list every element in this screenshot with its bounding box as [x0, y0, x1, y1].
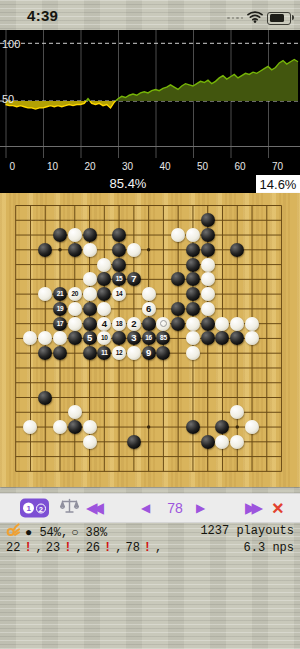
clock-time: 4:39 — [27, 7, 58, 24]
next-move-button[interactable]: ▶ — [196, 501, 205, 515]
stone-black — [112, 258, 126, 272]
svg-text:100: 100 — [2, 38, 20, 50]
stone-white — [83, 243, 97, 257]
move-number-label: 20 — [71, 287, 78, 301]
blunder-move-number[interactable]: 23 — [46, 540, 60, 557]
last-move-circle-marker — [160, 320, 168, 328]
move-number-label: 10 — [101, 331, 108, 345]
score-bar: 85.4% 14.6% — [0, 175, 300, 193]
move-number-label: 5 — [87, 331, 92, 345]
warning-moves-line: 22!,23!,26!,78!, 6.3 nps — [0, 540, 300, 557]
stone-black: 5 — [83, 331, 97, 345]
stone-white — [68, 317, 82, 331]
stone-black — [201, 317, 215, 331]
stone-black: 9 — [142, 346, 156, 360]
stone-black: 17 — [53, 317, 67, 331]
stone-black — [38, 391, 52, 405]
stone-black — [201, 435, 215, 449]
svg-text:70: 70 — [272, 161, 284, 172]
stone-white — [68, 228, 82, 242]
go-board[interactable]: 1572120141961741825103168511129 — [0, 193, 300, 487]
stone-black — [171, 317, 185, 331]
blunder-move-number[interactable]: 78 — [125, 540, 139, 557]
svg-text:60: 60 — [235, 161, 247, 172]
cellular-signal-icon — [227, 17, 243, 20]
move-number-label: 6 — [146, 302, 151, 316]
move-number-label: 14 — [116, 287, 123, 301]
move-number-label: 11 — [101, 346, 107, 360]
blunder-mark-icon: ! — [23, 540, 32, 557]
stone-white — [230, 317, 244, 331]
stone-black — [53, 228, 67, 242]
stone-white — [127, 346, 141, 360]
move-number-display[interactable]: 78 — [160, 500, 190, 516]
stone-black — [38, 243, 52, 257]
fast-forward-to-end-button[interactable]: ▶▶ — [245, 499, 263, 517]
separator: , — [155, 540, 162, 557]
stone-white: 4 — [97, 317, 111, 331]
stone-white — [97, 258, 111, 272]
stone-black: 19 — [53, 302, 67, 316]
move-number-label: 21 — [57, 287, 64, 301]
stone-black — [186, 420, 200, 434]
stone-white — [245, 420, 259, 434]
analysis-info: ● 54%, ○ 38% 1237 playouts 22!,23!,26!,7… — [0, 523, 300, 579]
stone-white — [201, 258, 215, 272]
black-score-label: ● 54%, — [25, 525, 68, 542]
blunder-move-number[interactable]: 22 — [6, 540, 20, 557]
stone-white — [83, 420, 97, 434]
stone-black — [171, 302, 185, 316]
stone-white — [230, 435, 244, 449]
playback-controls: 1 2 ◀◀ ◀ 78 ▶ ▶▶ × — [0, 493, 300, 523]
stone-black — [83, 346, 97, 360]
stone-black — [201, 228, 215, 242]
winrate-info-line: ● 54%, ○ 38% 1237 playouts — [0, 523, 300, 540]
stone-white — [142, 287, 156, 301]
move-number-label: 2 — [131, 317, 136, 331]
winrate-chart: 10050010203040506070 — [0, 30, 300, 175]
move-number-label: 7 — [131, 272, 136, 286]
move-number-label: 19 — [57, 302, 64, 316]
stone-white — [186, 228, 200, 242]
move-number-label: 3 — [131, 331, 136, 345]
close-analysis-button[interactable]: × — [272, 499, 284, 517]
separator: , — [36, 540, 43, 557]
separator: , — [75, 540, 82, 557]
blunder-mark-icon: ! — [143, 540, 152, 557]
svg-text:40: 40 — [160, 161, 172, 172]
svg-text:10: 10 — [47, 161, 59, 172]
stone-black — [201, 213, 215, 227]
score-estimate-button[interactable] — [60, 498, 79, 519]
stone-white: 20 — [68, 287, 82, 301]
separator: , — [115, 540, 122, 557]
stone-black — [83, 302, 97, 316]
white-winrate-label: 14.6% — [260, 177, 297, 192]
playouts-label: 1237 playouts — [200, 523, 294, 540]
move-number-label: 4 — [102, 317, 107, 331]
white-winrate-box: 14.6% — [256, 175, 300, 193]
stone-black — [201, 243, 215, 257]
move-number-label: 12 — [116, 346, 123, 360]
stone-black: 16 — [142, 331, 156, 345]
white-score-label: ○ 38% — [71, 525, 107, 542]
blunder-move-number[interactable]: 26 — [86, 540, 100, 557]
stone-black — [68, 243, 82, 257]
svg-text:50: 50 — [2, 93, 14, 105]
numbered-stone-2-icon: 2 — [36, 503, 46, 513]
move-number-label: 85 — [160, 331, 167, 345]
stone-white — [186, 317, 200, 331]
move-number-label: 15 — [116, 272, 123, 286]
previous-move-button[interactable]: ◀ — [141, 501, 150, 515]
stone-white: 2 — [127, 317, 141, 331]
stone-white: 6 — [142, 302, 156, 316]
stone-black — [68, 420, 82, 434]
rewind-to-start-button[interactable]: ◀◀ — [86, 499, 104, 517]
stone-black — [127, 435, 141, 449]
stone-white — [53, 420, 67, 434]
move-number-label: 9 — [146, 346, 151, 360]
show-move-numbers-button[interactable]: 1 2 — [20, 499, 49, 518]
stone-white — [83, 272, 97, 286]
stone-white — [68, 405, 82, 419]
move-number-label: 18 — [116, 317, 123, 331]
move-number-label: 16 — [145, 331, 152, 345]
stone-black — [186, 302, 200, 316]
stone-white — [201, 272, 215, 286]
wifi-icon — [247, 9, 263, 27]
nps-label: 6.3 nps — [244, 540, 294, 557]
stone-white: 18 — [112, 317, 126, 331]
battery-icon — [267, 12, 291, 25]
status-icons — [227, 9, 291, 27]
stone-white — [201, 287, 215, 301]
status-bar: 4:39 — [0, 0, 300, 30]
blunder-mark-icon: ! — [103, 540, 112, 557]
svg-text:0: 0 — [10, 161, 16, 172]
blunder-mark-icon: ! — [63, 540, 72, 557]
svg-text:20: 20 — [85, 161, 97, 172]
stone-white — [201, 302, 215, 316]
stone-black — [186, 287, 200, 301]
stone-black — [186, 243, 200, 257]
stone-white — [68, 302, 82, 316]
stone-black — [112, 228, 126, 242]
stone-black — [230, 243, 244, 257]
numbered-stone-1-icon: 1 — [23, 503, 34, 514]
stone-white — [83, 435, 97, 449]
svg-text:30: 30 — [122, 161, 134, 172]
stone-black — [142, 317, 156, 331]
stone-black — [112, 243, 126, 257]
stone-white — [127, 243, 141, 257]
app-screen: 4:39 10050010203040506070 85.4% 14.6% 1 — [0, 0, 300, 649]
stone-black — [186, 258, 200, 272]
move-number-label: 17 — [57, 317, 64, 331]
black-winrate-label: 85.4% — [0, 176, 256, 191]
stone-white — [245, 317, 259, 331]
blunder-move-list[interactable]: 22!,23!,26!,78!, — [6, 540, 162, 557]
stone-black — [83, 317, 97, 331]
stone-black — [83, 228, 97, 242]
svg-text:50: 50 — [197, 161, 209, 172]
stone-black: 21 — [53, 287, 67, 301]
stone-white — [83, 287, 97, 301]
stone-white — [156, 317, 170, 331]
